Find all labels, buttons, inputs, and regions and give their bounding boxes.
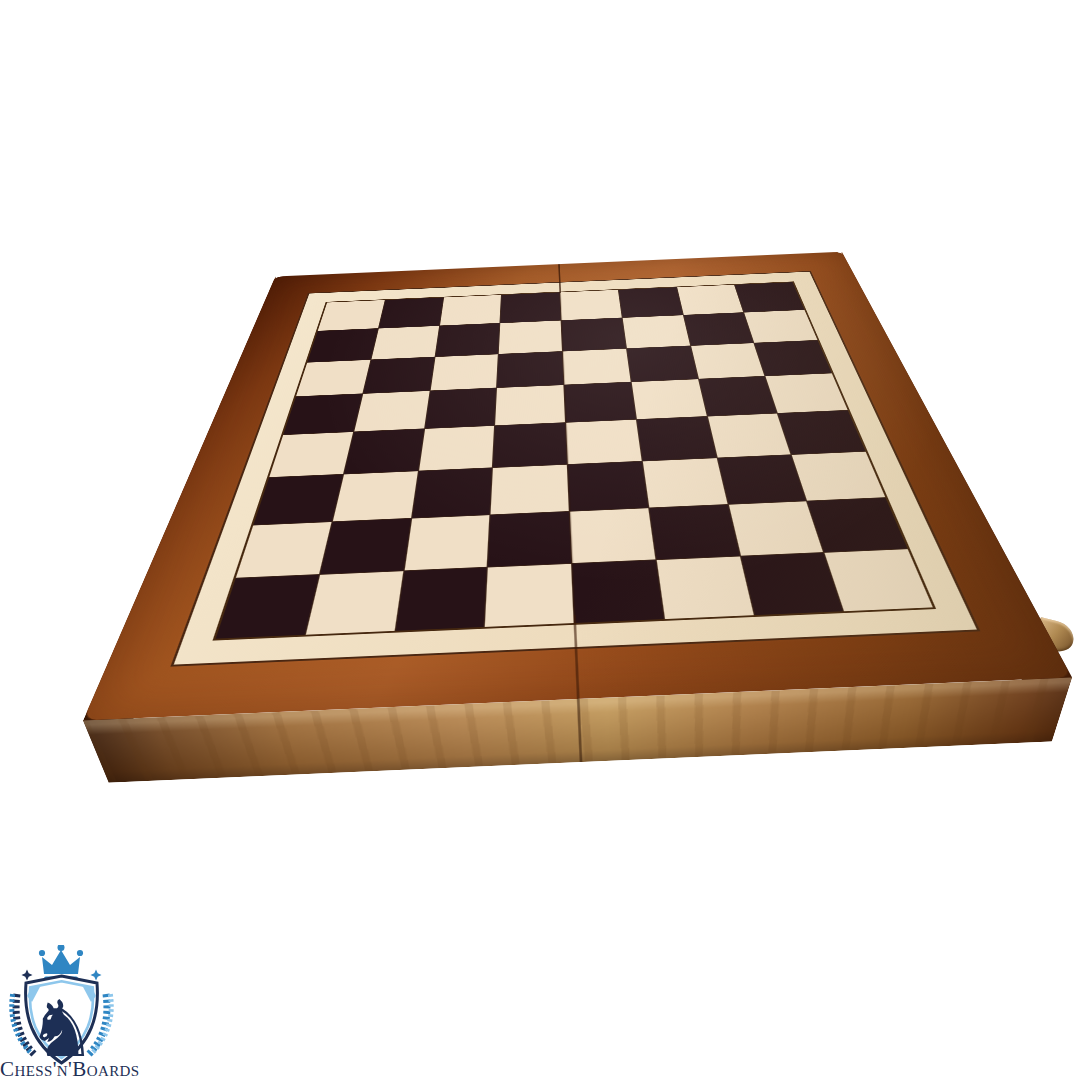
square-b7[interactable] <box>371 326 438 359</box>
square-h2[interactable] <box>807 498 907 553</box>
square-g6[interactable] <box>691 343 765 379</box>
square-a2[interactable] <box>236 522 332 578</box>
square-f2[interactable] <box>649 504 739 559</box>
square-f7[interactable] <box>622 315 689 348</box>
fold-seam-front <box>576 699 581 762</box>
square-c3[interactable] <box>412 468 492 518</box>
square-b5[interactable] <box>354 391 429 431</box>
square-h1[interactable] <box>825 549 933 611</box>
square-g5[interactable] <box>699 376 777 416</box>
square-c8[interactable] <box>440 295 502 325</box>
square-f5[interactable] <box>631 379 706 419</box>
square-h6[interactable] <box>755 340 832 376</box>
board-scene <box>190 47 942 799</box>
square-h4[interactable] <box>778 410 865 454</box>
square-g3[interactable] <box>717 455 806 504</box>
square-d1[interactable] <box>485 564 574 627</box>
square-a8[interactable] <box>318 300 385 331</box>
square-d7[interactable] <box>499 321 562 354</box>
square-h7[interactable] <box>744 310 817 343</box>
square-a6[interactable] <box>296 360 370 397</box>
square-f6[interactable] <box>627 346 698 382</box>
square-b3[interactable] <box>333 471 418 521</box>
square-d4[interactable] <box>493 423 567 467</box>
square-b6[interactable] <box>363 357 434 394</box>
square-b8[interactable] <box>379 297 443 328</box>
square-g4[interactable] <box>707 414 790 458</box>
square-c1[interactable] <box>395 568 487 631</box>
square-a1[interactable] <box>216 575 319 639</box>
square-g2[interactable] <box>728 501 823 556</box>
square-f4[interactable] <box>637 417 716 461</box>
square-c6[interactable] <box>430 354 498 390</box>
square-a5[interactable] <box>283 394 362 434</box>
square-f1[interactable] <box>656 557 753 619</box>
square-g7[interactable] <box>683 313 753 346</box>
square-e8[interactable] <box>560 290 621 320</box>
square-c2[interactable] <box>404 515 490 571</box>
chessboard <box>190 47 942 799</box>
square-c5[interactable] <box>425 388 497 428</box>
square-a3[interactable] <box>254 474 343 524</box>
square-c7[interactable] <box>435 323 500 356</box>
board-3d-box <box>83 252 1072 721</box>
square-e2[interactable] <box>570 508 655 563</box>
square-e3[interactable] <box>568 461 648 510</box>
square-e5[interactable] <box>564 382 635 422</box>
square-d3[interactable] <box>491 465 569 514</box>
square-g1[interactable] <box>741 553 843 615</box>
square-e4[interactable] <box>566 420 641 464</box>
square-e7[interactable] <box>561 318 625 351</box>
square-h3[interactable] <box>792 452 885 501</box>
star-right-icon <box>91 970 102 981</box>
square-h8[interactable] <box>735 282 804 312</box>
square-f3[interactable] <box>643 458 727 507</box>
square-a7[interactable] <box>307 328 377 361</box>
square-d2[interactable] <box>488 511 571 567</box>
square-d6[interactable] <box>497 351 563 387</box>
square-c4[interactable] <box>419 426 495 471</box>
square-b4[interactable] <box>344 429 424 474</box>
square-g8[interactable] <box>677 285 744 315</box>
square-e1[interactable] <box>572 560 663 623</box>
square-b1[interactable] <box>305 571 402 634</box>
square-b2[interactable] <box>320 518 411 574</box>
star-left-icon <box>22 970 33 981</box>
square-d8[interactable] <box>501 292 561 322</box>
square-e6[interactable] <box>563 349 631 385</box>
square-f8[interactable] <box>619 287 683 317</box>
square-d5[interactable] <box>495 385 565 425</box>
board-top-face <box>83 252 1072 721</box>
brand-name: Chess'n'Boards <box>0 1057 180 1080</box>
brand-logo: ♞ Chess'n'Boards <box>0 945 180 1080</box>
page-background: ♞ Chess'n'Boards <box>0 0 1080 1080</box>
square-a4[interactable] <box>269 432 353 477</box>
